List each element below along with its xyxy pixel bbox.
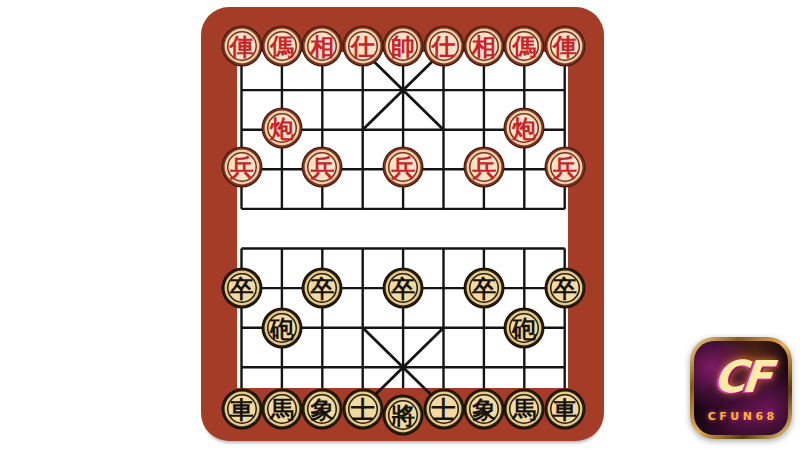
piece-red-soldier[interactable]: 兵: [303, 148, 342, 187]
piece-black-horse[interactable]: 馬: [262, 390, 301, 429]
piece-black-soldier[interactable]: 卒: [545, 269, 584, 308]
piece-red-rook[interactable]: 俥: [222, 27, 261, 66]
logo-monogram: CF: [694, 351, 788, 402]
piece-red-cannon[interactable]: 炮: [262, 109, 301, 148]
piece-label: 卒: [472, 276, 496, 300]
piece-label: 相: [472, 34, 496, 58]
piece-label: 象: [472, 397, 496, 421]
piece-black-advisor[interactable]: 士: [424, 390, 463, 429]
piece-label: 傌: [512, 34, 536, 58]
cfun68-logo: CF CFUN68: [690, 337, 792, 439]
piece-label: 仕: [432, 34, 456, 58]
piece-label: 卒: [553, 276, 577, 300]
piece-black-advisor[interactable]: 士: [343, 390, 382, 429]
piece-red-cannon[interactable]: 炮: [505, 109, 544, 148]
logo-wordmark: CFUN68: [694, 410, 788, 423]
piece-black-horse[interactable]: 馬: [505, 390, 544, 429]
piece-red-advisor[interactable]: 仕: [424, 27, 463, 66]
piece-label: 砲: [512, 316, 536, 340]
piece-label: 士: [351, 397, 375, 421]
piece-red-soldier[interactable]: 兵: [464, 148, 503, 187]
piece-label: 卒: [391, 276, 415, 300]
piece-black-elephant[interactable]: 象: [303, 390, 342, 429]
piece-black-soldier[interactable]: 卒: [384, 269, 423, 308]
piece-label: 傌: [270, 34, 294, 58]
piece-label: 兵: [310, 155, 334, 179]
piece-black-rook[interactable]: 車: [545, 390, 584, 429]
piece-label: 帥: [391, 34, 415, 58]
piece-red-horse[interactable]: 傌: [262, 27, 301, 66]
piece-red-elephant[interactable]: 相: [464, 27, 503, 66]
xiangqi-board: 俥傌相仕帥仕相傌俥炮炮兵兵兵兵兵卒卒卒卒卒砲砲車馬象士將士象馬車: [201, 7, 604, 441]
piece-black-general[interactable]: 將: [384, 396, 423, 435]
piece-red-rook[interactable]: 俥: [545, 27, 584, 66]
piece-label: 兵: [230, 155, 254, 179]
piece-label: 俥: [230, 34, 254, 58]
piece-label: 兵: [553, 155, 577, 179]
piece-black-elephant[interactable]: 象: [464, 390, 503, 429]
piece-label: 車: [230, 397, 254, 421]
piece-label: 兵: [472, 155, 496, 179]
piece-red-soldier[interactable]: 兵: [384, 148, 423, 187]
piece-label: 車: [553, 397, 577, 421]
piece-red-general[interactable]: 帥: [384, 27, 423, 66]
piece-red-soldier[interactable]: 兵: [222, 148, 261, 187]
piece-label: 士: [432, 397, 456, 421]
piece-label: 象: [310, 397, 334, 421]
piece-label: 炮: [270, 116, 294, 140]
piece-label: 炮: [512, 116, 536, 140]
piece-label: 卒: [310, 276, 334, 300]
piece-black-cannon[interactable]: 砲: [505, 309, 544, 348]
piece-black-cannon[interactable]: 砲: [262, 309, 301, 348]
piece-black-rook[interactable]: 車: [222, 390, 261, 429]
piece-label: 將: [391, 403, 415, 427]
piece-red-elephant[interactable]: 相: [303, 27, 342, 66]
piece-label: 卒: [230, 276, 254, 300]
piece-label: 相: [310, 34, 334, 58]
piece-label: 仕: [351, 34, 375, 58]
piece-red-advisor[interactable]: 仕: [343, 27, 382, 66]
piece-black-soldier[interactable]: 卒: [222, 269, 261, 308]
piece-label: 馬: [270, 397, 294, 421]
piece-label: 俥: [553, 34, 577, 58]
piece-label: 馬: [512, 397, 536, 421]
piece-black-soldier[interactable]: 卒: [464, 269, 503, 308]
piece-label: 兵: [391, 155, 415, 179]
screenshot-canvas: 俥傌相仕帥仕相傌俥炮炮兵兵兵兵兵卒卒卒卒卒砲砲車馬象士將士象馬車 CF CFUN…: [0, 0, 800, 450]
logo-background: CF CFUN68: [694, 341, 788, 435]
piece-red-horse[interactable]: 傌: [505, 27, 544, 66]
piece-red-soldier[interactable]: 兵: [545, 148, 584, 187]
piece-label: 砲: [270, 316, 294, 340]
piece-black-soldier[interactable]: 卒: [303, 269, 342, 308]
